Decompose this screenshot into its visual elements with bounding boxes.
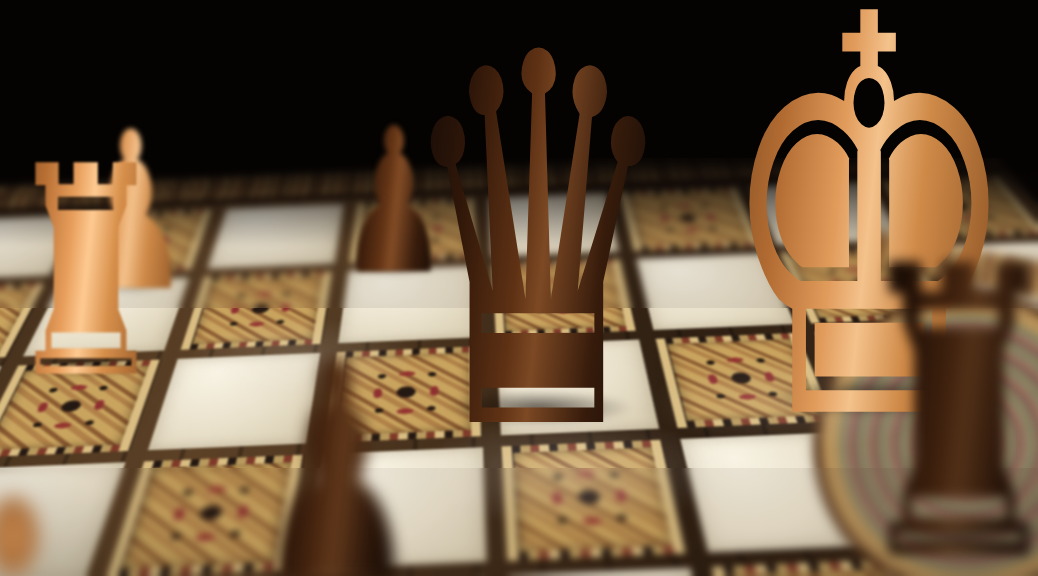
pawn-glyph: ♟ bbox=[252, 355, 422, 576]
piece-black-pawn[interactable]: ♟ bbox=[200, 364, 475, 576]
rook-glyph: ♜ bbox=[848, 258, 1038, 570]
chess-photo-scene: ♜♟♟♛♚♟♜ bbox=[0, 0, 1038, 576]
square-e4[interactable] bbox=[508, 568, 724, 576]
piece-white-rook[interactable]: ♜ bbox=[0, 169, 216, 373]
rook-glyph: ♜ bbox=[5, 161, 166, 387]
piece-black-rook[interactable]: ♜ bbox=[780, 270, 1038, 552]
